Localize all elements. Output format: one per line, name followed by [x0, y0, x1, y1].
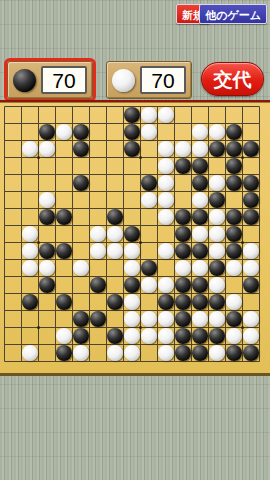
black-stone [192, 243, 208, 259]
black-stone [209, 192, 225, 208]
black-stone [56, 209, 72, 225]
black-stone [209, 141, 225, 157]
white-stone [22, 345, 38, 361]
black-stone [226, 311, 242, 327]
black-stone [175, 328, 191, 344]
black-stone [192, 209, 208, 225]
black-stone [209, 260, 225, 276]
star-point [241, 156, 244, 159]
white-stone [56, 328, 72, 344]
black-stone [192, 158, 208, 174]
white-stone [90, 226, 106, 242]
black-stone [226, 141, 242, 157]
white-stone [243, 328, 259, 344]
black-stone [141, 175, 157, 191]
black-stone [124, 226, 140, 242]
white-stone [192, 141, 208, 157]
black-stone [175, 243, 191, 259]
white-stone [158, 345, 174, 361]
white-stone [209, 277, 225, 293]
black-stone [124, 141, 140, 157]
black-stone [39, 243, 55, 259]
white-stone [209, 226, 225, 242]
white-stone [22, 141, 38, 157]
black-stone [56, 294, 72, 310]
white-stone [192, 311, 208, 327]
white-stone [90, 243, 106, 259]
white-stone [124, 328, 140, 344]
black-stone [226, 175, 242, 191]
white-stone [141, 277, 157, 293]
black-stone [175, 345, 191, 361]
white-stone [124, 260, 140, 276]
white-stone [158, 158, 174, 174]
white-stone [192, 192, 208, 208]
black-stone [175, 226, 191, 242]
white-stone [158, 277, 174, 293]
white-stone [124, 345, 140, 361]
black-stone [39, 124, 55, 140]
app-screen: 新規 他のゲーム 70 70 交代 [0, 0, 270, 480]
white-stone [192, 226, 208, 242]
white-stone [209, 311, 225, 327]
black-stone [243, 345, 259, 361]
black-stone [192, 345, 208, 361]
white-stone [141, 124, 157, 140]
black-stone [243, 175, 259, 191]
black-stone [175, 277, 191, 293]
white-stone-icon [112, 69, 135, 92]
white-stone [158, 209, 174, 225]
black-stone [192, 294, 208, 310]
star-point [139, 326, 142, 329]
white-stone [226, 328, 242, 344]
white-stone [226, 260, 242, 276]
white-stone [22, 226, 38, 242]
white-stone [226, 294, 242, 310]
black-stone [39, 209, 55, 225]
black-stone [209, 328, 225, 344]
black-stone [73, 175, 89, 191]
white-stone [39, 192, 55, 208]
black-stone [175, 209, 191, 225]
black-stone [192, 277, 208, 293]
black-count: 70 [41, 66, 87, 94]
white-stone [192, 260, 208, 276]
white-stone [141, 328, 157, 344]
white-stone [192, 124, 208, 140]
star-point [37, 156, 40, 159]
white-stone [209, 243, 225, 259]
black-stone [73, 141, 89, 157]
black-stone [226, 209, 242, 225]
black-stone [226, 226, 242, 242]
white-stone [141, 107, 157, 123]
white-stone [158, 192, 174, 208]
black-stone [107, 209, 123, 225]
black-stone [175, 158, 191, 174]
star-point [139, 156, 142, 159]
white-stone [158, 243, 174, 259]
black-stone [124, 124, 140, 140]
black-stone [90, 277, 106, 293]
white-stone [22, 260, 38, 276]
white-stone [209, 124, 225, 140]
black-stone [175, 311, 191, 327]
white-stone [158, 175, 174, 191]
white-stone [209, 175, 225, 191]
black-stone [90, 311, 106, 327]
white-stone [124, 294, 140, 310]
white-stone [39, 260, 55, 276]
white-stone [158, 311, 174, 327]
black-stone [175, 294, 191, 310]
black-stone [107, 294, 123, 310]
white-count: 70 [140, 66, 186, 94]
white-stone [124, 243, 140, 259]
go-board[interactable] [0, 102, 270, 376]
white-stone [158, 141, 174, 157]
white-stone [107, 345, 123, 361]
white-stone [124, 311, 140, 327]
black-stone [56, 345, 72, 361]
black-stone [226, 345, 242, 361]
white-stone [209, 345, 225, 361]
white-stone [175, 260, 191, 276]
white-stone [243, 311, 259, 327]
black-stone [243, 141, 259, 157]
black-stone [124, 107, 140, 123]
black-stone [22, 294, 38, 310]
swap-turn-button[interactable]: 交代 [201, 62, 264, 96]
black-stone [73, 311, 89, 327]
star-point [139, 241, 142, 244]
black-stone [141, 260, 157, 276]
black-stone [226, 124, 242, 140]
black-stone [124, 277, 140, 293]
black-stone [56, 243, 72, 259]
star-point [241, 241, 244, 244]
black-stone [226, 243, 242, 259]
white-stone [22, 243, 38, 259]
other-games-button[interactable]: 他のゲーム [199, 4, 267, 24]
black-stone [192, 175, 208, 191]
white-stone [209, 209, 225, 225]
white-stone [141, 192, 157, 208]
black-stone [243, 209, 259, 225]
white-stone [73, 260, 89, 276]
black-stone-icon [13, 69, 36, 92]
white-stone [141, 311, 157, 327]
white-stone [39, 141, 55, 157]
black-stone [192, 328, 208, 344]
black-stone [107, 328, 123, 344]
white-stone [158, 328, 174, 344]
black-stone [73, 328, 89, 344]
black-stone [243, 192, 259, 208]
black-stone [158, 294, 174, 310]
white-stone [73, 345, 89, 361]
white-stone [107, 226, 123, 242]
black-stone [226, 158, 242, 174]
white-stone [243, 243, 259, 259]
star-point [37, 326, 40, 329]
white-stone [175, 141, 191, 157]
white-stone [56, 124, 72, 140]
white-score-tray: 70 [106, 61, 192, 99]
black-score-tray: 70 [7, 61, 93, 99]
white-stone [107, 243, 123, 259]
black-stone [73, 124, 89, 140]
black-stone [243, 277, 259, 293]
black-stone [39, 277, 55, 293]
star-point [241, 326, 244, 329]
black-stone [209, 294, 225, 310]
star-point [37, 241, 40, 244]
white-stone [243, 260, 259, 276]
white-stone [158, 107, 174, 123]
